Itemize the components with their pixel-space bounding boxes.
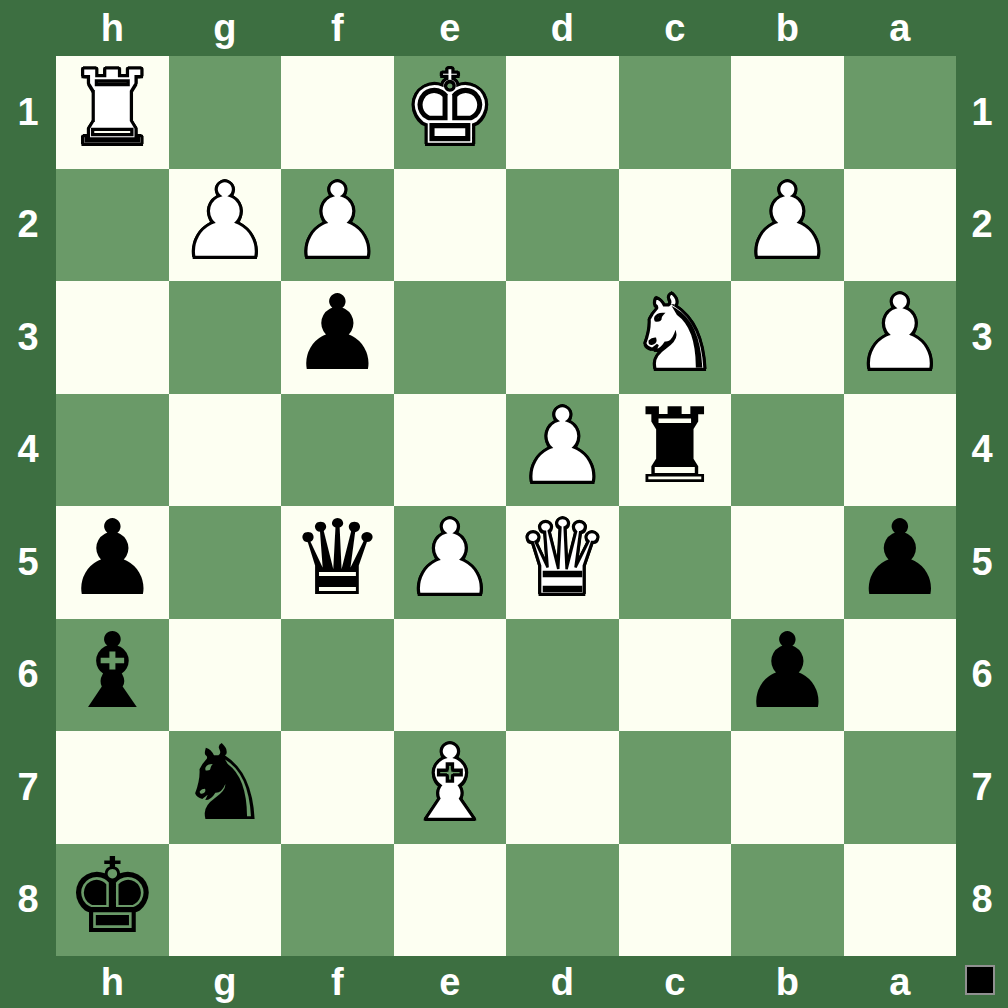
chess-board: ♜♚♟♟♟♟♞♟♟♜♟♛♟♛♟♝♟♞♝♚ xyxy=(56,56,956,956)
black-to-move-indicator xyxy=(965,965,995,995)
file-label-e-top: e xyxy=(394,0,507,56)
square-f6[interactable] xyxy=(281,619,394,732)
piece-black-pawn[interactable]: ♟ xyxy=(853,506,946,610)
square-b6[interactable]: ♟ xyxy=(731,619,844,732)
piece-white-pawn[interactable]: ♟ xyxy=(291,169,384,273)
file-labels-bottom: hgfedcba xyxy=(56,956,956,1008)
square-a3[interactable]: ♟ xyxy=(844,281,957,394)
square-e3[interactable] xyxy=(394,281,507,394)
piece-black-queen[interactable]: ♛ xyxy=(291,506,384,610)
rank-label-2-right: 2 xyxy=(956,169,1008,282)
square-e5[interactable]: ♟ xyxy=(394,506,507,619)
piece-white-pawn[interactable]: ♟ xyxy=(516,394,609,498)
rank-label-8-right: 8 xyxy=(956,844,1008,957)
square-c7[interactable] xyxy=(619,731,732,844)
piece-black-rook[interactable]: ♜ xyxy=(628,394,721,498)
square-g5[interactable] xyxy=(169,506,282,619)
square-h1[interactable]: ♜ xyxy=(56,56,169,169)
rank-label-8-left: 8 xyxy=(0,844,56,957)
file-label-b-bottom: b xyxy=(731,956,844,1008)
square-d8[interactable] xyxy=(506,844,619,957)
square-h5[interactable]: ♟ xyxy=(56,506,169,619)
rank-label-4-right: 4 xyxy=(956,394,1008,507)
file-label-h-top: h xyxy=(56,0,169,56)
square-e8[interactable] xyxy=(394,844,507,957)
rank-label-3-left: 3 xyxy=(0,281,56,394)
file-label-a-top: a xyxy=(844,0,957,56)
square-f3[interactable]: ♟ xyxy=(281,281,394,394)
square-b5[interactable] xyxy=(731,506,844,619)
rank-label-7-right: 7 xyxy=(956,731,1008,844)
file-label-c-bottom: c xyxy=(619,956,732,1008)
file-labels-top: hgfedcba xyxy=(56,0,956,56)
square-g2[interactable]: ♟ xyxy=(169,169,282,282)
piece-white-knight[interactable]: ♞ xyxy=(628,281,721,385)
square-e2[interactable] xyxy=(394,169,507,282)
file-label-d-bottom: d xyxy=(506,956,619,1008)
piece-black-knight[interactable]: ♞ xyxy=(178,731,271,835)
square-h4[interactable] xyxy=(56,394,169,507)
file-label-g-bottom: g xyxy=(169,956,282,1008)
chess-diagram: hgfedcba 12345678 12345678 hgfedcba ♜♚♟♟… xyxy=(0,0,1008,1008)
square-a5[interactable]: ♟ xyxy=(844,506,957,619)
square-c6[interactable] xyxy=(619,619,732,732)
square-d5[interactable]: ♛ xyxy=(506,506,619,619)
rank-label-1-left: 1 xyxy=(0,56,56,169)
square-e4[interactable] xyxy=(394,394,507,507)
square-b7[interactable] xyxy=(731,731,844,844)
rank-label-6-left: 6 xyxy=(0,619,56,732)
file-label-d-top: d xyxy=(506,0,619,56)
square-f2[interactable]: ♟ xyxy=(281,169,394,282)
square-g7[interactable]: ♞ xyxy=(169,731,282,844)
rank-label-2-left: 2 xyxy=(0,169,56,282)
square-c1[interactable] xyxy=(619,56,732,169)
square-f7[interactable] xyxy=(281,731,394,844)
square-f5[interactable]: ♛ xyxy=(281,506,394,619)
rank-labels-left: 12345678 xyxy=(0,56,56,956)
square-a4[interactable] xyxy=(844,394,957,507)
square-b4[interactable] xyxy=(731,394,844,507)
square-a1[interactable] xyxy=(844,56,957,169)
rank-label-3-right: 3 xyxy=(956,281,1008,394)
square-g4[interactable] xyxy=(169,394,282,507)
square-b1[interactable] xyxy=(731,56,844,169)
square-d7[interactable] xyxy=(506,731,619,844)
piece-white-pawn[interactable]: ♟ xyxy=(741,169,834,273)
square-g8[interactable] xyxy=(169,844,282,957)
piece-black-pawn[interactable]: ♟ xyxy=(741,619,834,723)
square-f1[interactable] xyxy=(281,56,394,169)
piece-white-pawn[interactable]: ♟ xyxy=(853,281,946,385)
file-label-e-bottom: e xyxy=(394,956,507,1008)
piece-white-pawn[interactable]: ♟ xyxy=(403,506,496,610)
piece-white-pawn[interactable]: ♟ xyxy=(178,169,271,273)
rank-label-1-right: 1 xyxy=(956,56,1008,169)
square-d2[interactable] xyxy=(506,169,619,282)
rank-label-6-right: 6 xyxy=(956,619,1008,732)
piece-white-rook[interactable]: ♜ xyxy=(66,56,159,160)
square-h8[interactable]: ♚ xyxy=(56,844,169,957)
square-f8[interactable] xyxy=(281,844,394,957)
square-c8[interactable] xyxy=(619,844,732,957)
square-g1[interactable] xyxy=(169,56,282,169)
file-label-g-top: g xyxy=(169,0,282,56)
square-d4[interactable]: ♟ xyxy=(506,394,619,507)
piece-black-king[interactable]: ♚ xyxy=(66,844,159,948)
square-d1[interactable] xyxy=(506,56,619,169)
rank-labels-right: 12345678 xyxy=(956,56,1008,956)
square-c4[interactable]: ♜ xyxy=(619,394,732,507)
rank-label-7-left: 7 xyxy=(0,731,56,844)
square-e6[interactable] xyxy=(394,619,507,732)
file-label-b-top: b xyxy=(731,0,844,56)
square-b2[interactable]: ♟ xyxy=(731,169,844,282)
square-e1[interactable]: ♚ xyxy=(394,56,507,169)
rank-label-5-right: 5 xyxy=(956,506,1008,619)
file-label-c-top: c xyxy=(619,0,732,56)
square-g6[interactable] xyxy=(169,619,282,732)
square-h6[interactable]: ♝ xyxy=(56,619,169,732)
square-c3[interactable]: ♞ xyxy=(619,281,732,394)
square-b3[interactable] xyxy=(731,281,844,394)
rank-label-4-left: 4 xyxy=(0,394,56,507)
square-d3[interactable] xyxy=(506,281,619,394)
square-h2[interactable] xyxy=(56,169,169,282)
piece-black-pawn[interactable]: ♟ xyxy=(66,506,159,610)
square-c5[interactable] xyxy=(619,506,732,619)
piece-white-bishop[interactable]: ♝ xyxy=(403,731,496,835)
square-b8[interactable] xyxy=(731,844,844,957)
piece-black-bishop[interactable]: ♝ xyxy=(66,619,159,723)
square-h3[interactable] xyxy=(56,281,169,394)
square-h7[interactable] xyxy=(56,731,169,844)
square-e7[interactable]: ♝ xyxy=(394,731,507,844)
square-a2[interactable] xyxy=(844,169,957,282)
square-a6[interactable] xyxy=(844,619,957,732)
square-f4[interactable] xyxy=(281,394,394,507)
square-g3[interactable] xyxy=(169,281,282,394)
rank-label-5-left: 5 xyxy=(0,506,56,619)
file-label-h-bottom: h xyxy=(56,956,169,1008)
file-label-f-top: f xyxy=(281,0,394,56)
square-d6[interactable] xyxy=(506,619,619,732)
square-a8[interactable] xyxy=(844,844,957,957)
piece-white-king[interactable]: ♚ xyxy=(403,56,496,160)
file-label-f-bottom: f xyxy=(281,956,394,1008)
piece-black-pawn[interactable]: ♟ xyxy=(291,281,384,385)
file-label-a-bottom: a xyxy=(844,956,957,1008)
piece-white-queen[interactable]: ♛ xyxy=(516,506,609,610)
square-c2[interactable] xyxy=(619,169,732,282)
square-a7[interactable] xyxy=(844,731,957,844)
